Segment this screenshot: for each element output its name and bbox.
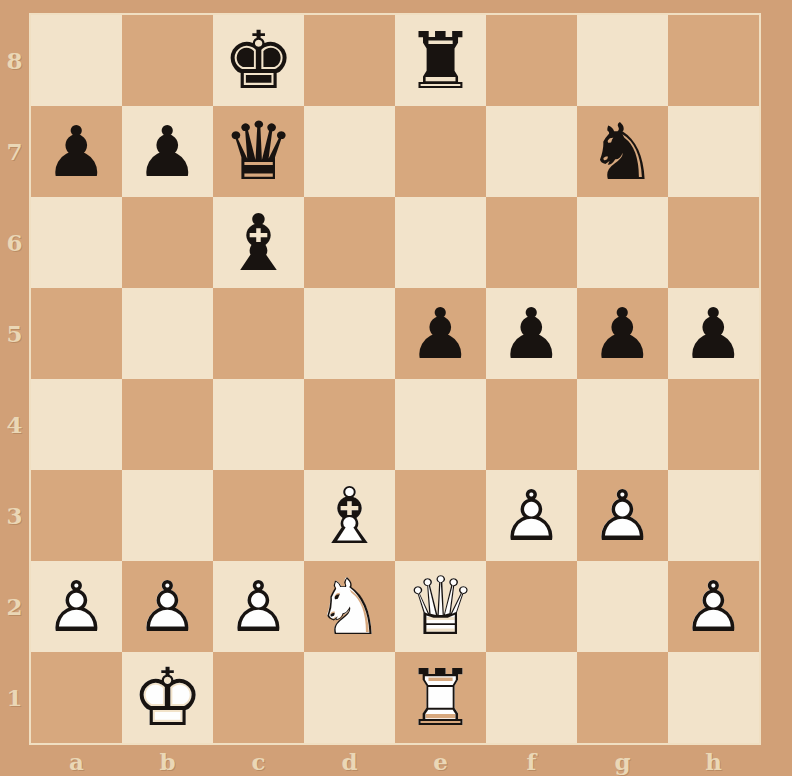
black-pawn-glyph: ♟ <box>45 117 108 187</box>
square-d6[interactable] <box>304 197 395 288</box>
square-f3[interactable]: ♟♙ <box>486 470 577 561</box>
square-g3[interactable]: ♟♙ <box>577 470 668 561</box>
black-rook-glyph: ♜ <box>406 22 476 100</box>
piece-black-pawn[interactable]: ♟ <box>136 117 199 187</box>
square-d3[interactable]: ♝♗ <box>304 470 395 561</box>
square-a4[interactable] <box>31 379 122 470</box>
piece-white-queen[interactable]: ♛♕ <box>405 567 477 647</box>
square-c2[interactable]: ♟♙ <box>213 561 304 652</box>
square-d4[interactable] <box>304 379 395 470</box>
square-f5[interactable]: ♟ <box>486 288 577 379</box>
file-label-b: b <box>122 745 213 776</box>
square-c4[interactable] <box>213 379 304 470</box>
white-pawn-outline: ♙ <box>45 572 108 642</box>
file-label-c: c <box>213 745 304 776</box>
piece-black-bishop[interactable]: ♝ <box>224 204 294 282</box>
square-h8[interactable] <box>668 15 759 106</box>
file-label-h: h <box>668 745 759 776</box>
square-b4[interactable] <box>122 379 213 470</box>
square-e7[interactable] <box>395 106 486 197</box>
white-pawn-outline: ♙ <box>136 572 199 642</box>
piece-white-rook[interactable]: ♜♖ <box>406 659 476 737</box>
rank-label-3: 3 <box>0 470 29 561</box>
black-queen-glyph: ♛ <box>223 112 295 192</box>
square-d2[interactable]: ♞♘ <box>304 561 395 652</box>
square-h6[interactable] <box>668 197 759 288</box>
square-e6[interactable] <box>395 197 486 288</box>
piece-white-pawn[interactable]: ♟♙ <box>591 481 654 551</box>
square-h7[interactable] <box>668 106 759 197</box>
square-b1[interactable]: ♚♔ <box>122 652 213 743</box>
white-pawn-outline: ♙ <box>682 572 745 642</box>
rank-label-8: 8 <box>0 15 29 106</box>
file-label-a: a <box>31 745 122 776</box>
square-e4[interactable] <box>395 379 486 470</box>
black-pawn-glyph: ♟ <box>500 299 563 369</box>
black-pawn-glyph: ♟ <box>136 117 199 187</box>
square-c7[interactable]: ♛ <box>213 106 304 197</box>
piece-black-rook[interactable]: ♜ <box>406 22 476 100</box>
square-g2[interactable] <box>577 561 668 652</box>
white-rook-outline: ♖ <box>406 659 476 737</box>
square-h4[interactable] <box>668 379 759 470</box>
square-a3[interactable] <box>31 470 122 561</box>
rank-label-4: 4 <box>0 379 29 470</box>
square-c5[interactable] <box>213 288 304 379</box>
black-knight-glyph: ♞ <box>588 113 658 191</box>
square-b3[interactable] <box>122 470 213 561</box>
square-c6[interactable]: ♝ <box>213 197 304 288</box>
white-bishop-outline: ♗ <box>315 477 385 555</box>
square-a5[interactable] <box>31 288 122 379</box>
square-a6[interactable] <box>31 197 122 288</box>
square-f1[interactable] <box>486 652 577 743</box>
square-g5[interactable]: ♟ <box>577 288 668 379</box>
piece-black-pawn[interactable]: ♟ <box>409 299 472 369</box>
white-pawn-outline: ♙ <box>227 572 290 642</box>
white-pawn-outline: ♙ <box>591 481 654 551</box>
square-h2[interactable]: ♟♙ <box>668 561 759 652</box>
square-h5[interactable]: ♟ <box>668 288 759 379</box>
file-label-e: e <box>395 745 486 776</box>
square-b2[interactable]: ♟♙ <box>122 561 213 652</box>
black-bishop-glyph: ♝ <box>224 204 294 282</box>
white-queen-outline: ♕ <box>405 567 477 647</box>
piece-white-bishop[interactable]: ♝♗ <box>315 477 385 555</box>
piece-black-pawn[interactable]: ♟ <box>500 299 563 369</box>
square-b6[interactable] <box>122 197 213 288</box>
piece-black-pawn[interactable]: ♟ <box>45 117 108 187</box>
file-label-d: d <box>304 745 395 776</box>
square-e1[interactable]: ♜♖ <box>395 652 486 743</box>
square-b7[interactable]: ♟ <box>122 106 213 197</box>
piece-white-pawn[interactable]: ♟♙ <box>500 481 563 551</box>
piece-black-queen[interactable]: ♛ <box>223 112 295 192</box>
piece-white-king[interactable]: ♚♔ <box>132 658 204 738</box>
chess-diagram: ♚♜♟♟♛♞♝♟♟♟♟♝♗♟♙♟♙♟♙♟♙♟♙♞♘♛♕♟♙♚♔♜♖ 876543… <box>0 0 792 776</box>
square-d1[interactable] <box>304 652 395 743</box>
rank-label-2: 2 <box>0 561 29 652</box>
square-a1[interactable] <box>31 652 122 743</box>
rank-label-7: 7 <box>0 106 29 197</box>
square-c1[interactable] <box>213 652 304 743</box>
square-h3[interactable] <box>668 470 759 561</box>
square-e2[interactable]: ♛♕ <box>395 561 486 652</box>
white-pawn-outline: ♙ <box>500 481 563 551</box>
square-e5[interactable]: ♟ <box>395 288 486 379</box>
square-f2[interactable] <box>486 561 577 652</box>
square-b8[interactable] <box>122 15 213 106</box>
file-label-f: f <box>486 745 577 776</box>
white-king-outline: ♔ <box>132 658 204 738</box>
rank-label-5: 5 <box>0 288 29 379</box>
square-a8[interactable] <box>31 15 122 106</box>
piece-black-pawn[interactable]: ♟ <box>591 299 654 369</box>
square-f4[interactable] <box>486 379 577 470</box>
piece-black-pawn[interactable]: ♟ <box>682 299 745 369</box>
square-h1[interactable] <box>668 652 759 743</box>
square-b5[interactable] <box>122 288 213 379</box>
chess-board: ♚♜♟♟♛♞♝♟♟♟♟♝♗♟♙♟♙♟♙♟♙♟♙♞♘♛♕♟♙♚♔♜♖ <box>29 13 761 745</box>
black-pawn-glyph: ♟ <box>591 299 654 369</box>
piece-white-pawn[interactable]: ♟♙ <box>45 572 108 642</box>
white-knight-outline: ♘ <box>315 568 385 646</box>
square-d5[interactable] <box>304 288 395 379</box>
square-g1[interactable] <box>577 652 668 743</box>
rank-label-1: 1 <box>0 652 29 743</box>
square-e3[interactable] <box>395 470 486 561</box>
square-a2[interactable]: ♟♙ <box>31 561 122 652</box>
square-g7[interactable]: ♞ <box>577 106 668 197</box>
black-pawn-glyph: ♟ <box>409 299 472 369</box>
square-g6[interactable] <box>577 197 668 288</box>
rank-label-6: 6 <box>0 197 29 288</box>
piece-black-king[interactable]: ♚ <box>223 21 295 101</box>
square-f8[interactable] <box>486 15 577 106</box>
square-d7[interactable] <box>304 106 395 197</box>
black-king-glyph: ♚ <box>223 21 295 101</box>
piece-black-knight[interactable]: ♞ <box>588 113 658 191</box>
square-f7[interactable] <box>486 106 577 197</box>
file-label-g: g <box>577 745 668 776</box>
square-c8[interactable]: ♚ <box>213 15 304 106</box>
square-g4[interactable] <box>577 379 668 470</box>
square-g8[interactable] <box>577 15 668 106</box>
square-a7[interactable]: ♟ <box>31 106 122 197</box>
piece-white-pawn[interactable]: ♟♙ <box>682 572 745 642</box>
square-e8[interactable]: ♜ <box>395 15 486 106</box>
piece-white-pawn[interactable]: ♟♙ <box>227 572 290 642</box>
piece-white-pawn[interactable]: ♟♙ <box>136 572 199 642</box>
piece-white-knight[interactable]: ♞♘ <box>315 568 385 646</box>
square-f6[interactable] <box>486 197 577 288</box>
black-pawn-glyph: ♟ <box>682 299 745 369</box>
square-d8[interactable] <box>304 15 395 106</box>
square-c3[interactable] <box>213 470 304 561</box>
